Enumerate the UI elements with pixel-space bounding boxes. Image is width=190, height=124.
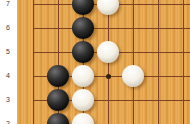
star-point-d4 <box>106 74 111 79</box>
row-label-7: 7 <box>0 0 10 9</box>
white-stone-c4 <box>72 65 94 87</box>
white-stone-d5 <box>97 41 119 63</box>
white-stone-e4 <box>122 65 144 87</box>
row-label-6: 6 <box>0 23 10 33</box>
row-label-3: 3 <box>0 95 10 105</box>
row-coordinate-gutter: 765432 <box>0 0 17 124</box>
go-diagram-screenshot: 765432 <box>0 0 190 124</box>
go-board[interactable] <box>17 0 190 124</box>
row-label-2: 2 <box>0 119 10 124</box>
white-stone-c2 <box>72 113 94 124</box>
row-label-4: 4 <box>0 71 10 81</box>
grid-line-vertical-a <box>33 0 34 124</box>
grid-line-vertical-e <box>133 0 134 124</box>
black-stone-c5 <box>72 41 94 63</box>
row-label-5: 5 <box>0 47 10 57</box>
white-stone-d7 <box>97 0 119 15</box>
black-stone-b4 <box>47 65 69 87</box>
grid-line-vertical-f <box>158 0 159 124</box>
black-stone-b3 <box>47 89 69 111</box>
black-stone-c7 <box>72 0 94 15</box>
black-stone-b2 <box>47 113 69 124</box>
white-stone-c3 <box>72 89 94 111</box>
black-stone-c6 <box>72 17 94 39</box>
grid-line-vertical-g <box>183 0 184 124</box>
grid-line-horizontal-6 <box>33 28 190 29</box>
